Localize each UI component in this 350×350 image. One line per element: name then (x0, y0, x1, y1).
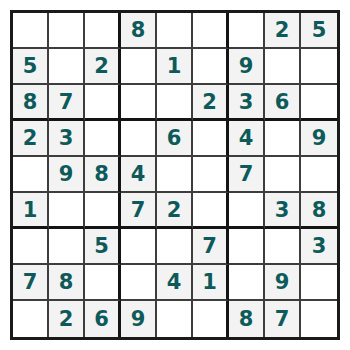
cell-r7c5[interactable] (157, 229, 193, 265)
cell-r6c4[interactable]: 7 (121, 193, 157, 229)
cell-r3c1[interactable]: 8 (13, 85, 49, 121)
cell-r9c1[interactable] (13, 301, 49, 337)
cell-r4c8[interactable] (265, 121, 301, 157)
cell-r1c5[interactable] (157, 13, 193, 49)
cell-r4c5[interactable]: 6 (157, 121, 193, 157)
cell-r5c2[interactable]: 9 (49, 157, 85, 193)
cell-r5c4[interactable]: 4 (121, 157, 157, 193)
cell-r3c5[interactable] (157, 85, 193, 121)
cell-r6c3[interactable] (85, 193, 121, 229)
cell-r7c2[interactable] (49, 229, 85, 265)
cell-r3c9[interactable] (301, 85, 337, 121)
cell-r9c5[interactable] (157, 301, 193, 337)
cell-r5c8[interactable] (265, 157, 301, 193)
cell-r6c8[interactable]: 3 (265, 193, 301, 229)
cell-r8c8[interactable]: 9 (265, 265, 301, 301)
cell-r2c2[interactable] (49, 49, 85, 85)
cell-r2c1[interactable]: 5 (13, 49, 49, 85)
cell-r7c8[interactable] (265, 229, 301, 265)
cell-r3c2[interactable]: 7 (49, 85, 85, 121)
sudoku-board: 825521987236236499847172385737841926987 (10, 10, 340, 340)
cell-r8c9[interactable] (301, 265, 337, 301)
cell-r7c4[interactable] (121, 229, 157, 265)
cell-r3c3[interactable] (85, 85, 121, 121)
cell-r5c7[interactable]: 7 (229, 157, 265, 193)
cell-r1c6[interactable] (193, 13, 229, 49)
cell-r3c7[interactable]: 3 (229, 85, 265, 121)
cell-r1c2[interactable] (49, 13, 85, 49)
cell-r5c9[interactable] (301, 157, 337, 193)
cell-r8c6[interactable]: 1 (193, 265, 229, 301)
cell-r9c9[interactable] (301, 301, 337, 337)
cell-r2c4[interactable] (121, 49, 157, 85)
cell-r5c3[interactable]: 8 (85, 157, 121, 193)
cell-r7c1[interactable] (13, 229, 49, 265)
cell-r1c1[interactable] (13, 13, 49, 49)
cell-r7c6[interactable]: 7 (193, 229, 229, 265)
cell-r9c8[interactable]: 7 (265, 301, 301, 337)
cell-r9c6[interactable] (193, 301, 229, 337)
cell-r8c2[interactable]: 8 (49, 265, 85, 301)
cell-r1c3[interactable] (85, 13, 121, 49)
cell-r6c2[interactable] (49, 193, 85, 229)
cell-r4c1[interactable]: 2 (13, 121, 49, 157)
cell-r6c7[interactable] (229, 193, 265, 229)
cell-r2c7[interactable]: 9 (229, 49, 265, 85)
cell-r5c6[interactable] (193, 157, 229, 193)
cell-r8c3[interactable] (85, 265, 121, 301)
cell-r4c2[interactable]: 3 (49, 121, 85, 157)
cell-r3c8[interactable]: 6 (265, 85, 301, 121)
cell-r1c9[interactable]: 5 (301, 13, 337, 49)
cell-r9c7[interactable]: 8 (229, 301, 265, 337)
cell-r1c8[interactable]: 2 (265, 13, 301, 49)
cell-r9c2[interactable]: 2 (49, 301, 85, 337)
cell-r2c5[interactable]: 1 (157, 49, 193, 85)
cell-r4c3[interactable] (85, 121, 121, 157)
cell-r9c4[interactable]: 9 (121, 301, 157, 337)
cell-r7c9[interactable]: 3 (301, 229, 337, 265)
cell-r2c9[interactable] (301, 49, 337, 85)
cell-r7c3[interactable]: 5 (85, 229, 121, 265)
cell-r5c5[interactable] (157, 157, 193, 193)
cell-r7c7[interactable] (229, 229, 265, 265)
cell-r8c4[interactable] (121, 265, 157, 301)
cell-r6c5[interactable]: 2 (157, 193, 193, 229)
cell-r8c7[interactable] (229, 265, 265, 301)
cell-r4c6[interactable] (193, 121, 229, 157)
cell-r9c3[interactable]: 6 (85, 301, 121, 337)
cell-r8c5[interactable]: 4 (157, 265, 193, 301)
cell-r6c6[interactable] (193, 193, 229, 229)
cell-r3c6[interactable]: 2 (193, 85, 229, 121)
cell-r1c4[interactable]: 8 (121, 13, 157, 49)
cell-r4c7[interactable]: 4 (229, 121, 265, 157)
cell-r4c9[interactable]: 9 (301, 121, 337, 157)
cell-r2c6[interactable] (193, 49, 229, 85)
cell-r2c8[interactable] (265, 49, 301, 85)
cell-r4c4[interactable] (121, 121, 157, 157)
cell-r2c3[interactable]: 2 (85, 49, 121, 85)
cell-r6c1[interactable]: 1 (13, 193, 49, 229)
cell-r8c1[interactable]: 7 (13, 265, 49, 301)
cell-r3c4[interactable] (121, 85, 157, 121)
cell-r5c1[interactable] (13, 157, 49, 193)
sudoku-page: 825521987236236499847172385737841926987 (0, 0, 350, 350)
cell-r6c9[interactable]: 8 (301, 193, 337, 229)
cell-r1c7[interactable] (229, 13, 265, 49)
